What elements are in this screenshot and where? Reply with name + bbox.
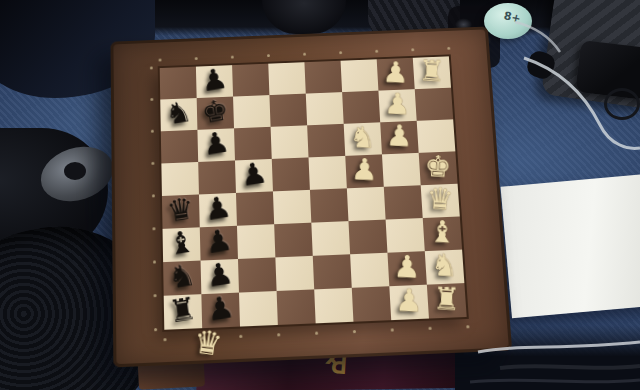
frame-dot [353,330,356,333]
square-d7: ♟ [199,193,237,227]
square-h1: ♜ [413,56,451,89]
piece-black-pawn-h7: ♟ [194,61,235,98]
camera-lens-circle [604,88,640,120]
piece-black-pawn-b7: ♟ [198,255,240,294]
frame-dot [154,328,157,331]
piece-black-pawn-c7: ♟ [198,222,240,261]
frame-dot [151,130,154,133]
square-c5 [274,223,313,258]
square-e5 [272,157,310,191]
square-d8: ♛ [162,194,200,228]
frame-dot [303,53,306,56]
piece-white-pawn-b2: ♟ [388,249,426,284]
piece-white-pawn-h2: ♟ [377,56,414,89]
piece-white-knight-f3: ♞ [344,120,382,154]
piece-black-queen-d8: ♛ [160,190,201,228]
square-b6 [238,257,277,292]
square-f8 [161,130,198,164]
square-a3 [352,286,391,322]
square-d4 [310,188,349,222]
frame-dot [231,56,234,59]
frame-dot [339,51,342,54]
square-c3 [348,220,387,255]
piece-white-pawn-e3: ♟ [345,152,383,186]
square-b4 [313,254,352,289]
square-c1: ♝ [423,216,462,251]
square-e7 [198,160,236,194]
frame-dot [150,66,153,69]
piece-white-king-e1: ♚ [419,149,457,183]
piece-white-pawn-g2: ♟ [379,87,416,120]
piece-white-pawn-f2: ♟ [381,119,419,153]
square-g5 [269,94,307,127]
frame-dot [391,328,394,331]
square-g4 [306,92,344,125]
board-grid: ♟♟♜♞♚♟♟♞♟♟♟♚♛♟♛♝♟♝♞♟♟♞♜♟♟♜ [160,56,467,329]
square-g1 [415,88,453,121]
photo-stage: 8+ ℞ ♟♟♜♞♚♟♟♞♟♟♟♚♛♟♛♝♟♝♞♟♟♞♜♟♟♜ ♛ [0,0,640,390]
frame-dot [375,50,378,53]
square-g6 [233,95,271,128]
piece-black-king-g7: ♚ [195,93,236,130]
frame-dot [411,48,414,51]
piece-black-bishop-c8: ♝ [160,223,202,262]
piece-black-pawn-d7: ♟ [197,189,239,227]
square-a1: ♜ [427,283,467,318]
square-h3 [341,59,379,92]
piece-black-knight-g8: ♞ [158,94,199,131]
square-b8: ♞ [163,261,201,296]
square-h8 [160,67,197,100]
frame-dot [153,260,156,263]
frame-dot [428,327,431,330]
frame-dot [315,332,318,335]
piece-white-bishop-c1: ♝ [423,214,461,249]
square-a6 [239,291,278,327]
square-e6: ♟ [235,159,273,193]
frame-dot [447,47,450,50]
square-f3: ♞ [344,122,382,156]
square-a2: ♟ [389,285,429,320]
square-e2 [382,153,421,187]
square-d3 [347,187,386,221]
frame-dot [152,227,155,230]
square-f1 [417,119,456,153]
piece-white-rook-h1: ♜ [413,54,450,87]
square-h4 [304,61,342,94]
square-f4 [307,124,345,158]
square-c4 [311,221,350,256]
chair-wheel-hub [64,162,86,180]
square-b1: ♞ [425,250,465,285]
square-e8 [161,162,199,196]
square-f6 [234,127,272,161]
piece-black-knight-b8: ♞ [161,256,203,295]
square-e4 [309,156,347,190]
piece-black-pawn-f7: ♟ [195,124,236,162]
frame-dot [195,57,198,60]
spare-white-queen-on-frame: ♛ [187,322,229,364]
frame-dot [152,194,155,197]
square-c7: ♟ [200,226,238,261]
chess-board: ♟♟♜♞♚♟♟♞♟♟♟♚♛♟♛♝♟♝♞♟♟♞♜♟♟♜ ♛ [110,27,512,368]
square-g3 [342,91,380,124]
square-f2: ♟ [380,121,418,155]
frame-dot [151,162,154,165]
square-f7: ♟ [197,128,235,162]
square-d6 [236,191,274,225]
teal-ball: 8+ [484,3,532,39]
frame-dot [150,98,153,101]
square-b3 [350,253,389,288]
square-c2 [386,218,425,253]
square-e3: ♟ [345,154,384,188]
square-d2 [384,185,423,219]
square-b2: ♟ [387,251,426,286]
frame-dot [267,54,270,57]
frame-dot [277,333,280,336]
square-g7: ♚ [197,97,234,130]
square-h7: ♟ [196,65,233,98]
frame-dot [159,59,162,62]
square-b7: ♟ [201,259,239,294]
square-a4 [314,288,353,324]
square-h5 [268,62,306,95]
square-g2: ♟ [378,89,416,122]
frame-dot [466,325,469,328]
frame-dot [239,335,242,338]
square-h6 [232,64,269,97]
piece-black-pawn-a7: ♟ [199,288,241,328]
square-a5 [277,289,316,325]
square-d1: ♛ [421,184,460,218]
square-c6 [237,224,275,259]
frame-dot [153,294,156,297]
ball-marking: 8+ [503,9,523,24]
piece-black-pawn-e6: ♟ [233,155,275,193]
paper-sheet [501,174,640,319]
square-b5 [275,256,314,291]
piece-white-pawn-a2: ♟ [390,283,429,319]
square-e1: ♚ [419,151,458,185]
square-h2: ♟ [377,58,415,91]
square-c8: ♝ [163,227,201,262]
piece-white-knight-b1: ♞ [425,248,463,283]
square-d5 [273,190,311,224]
square-f5 [271,125,309,159]
piece-white-rook-a1: ♜ [428,281,466,317]
square-g8: ♞ [160,98,197,131]
frame-dot [163,338,166,341]
piece-white-queen-d1: ♛ [421,182,459,216]
